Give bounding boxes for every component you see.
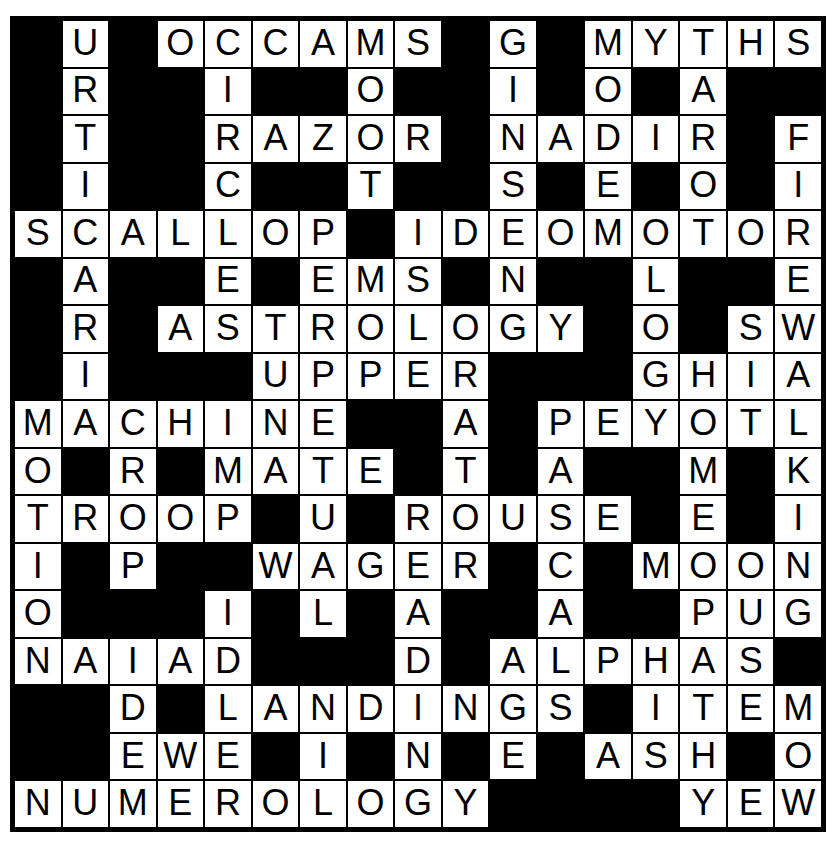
- block-cell: [585, 259, 631, 305]
- block-cell: [633, 449, 679, 495]
- letter-cell[interactable]: E: [300, 259, 346, 305]
- letter-cell[interactable]: W: [158, 734, 204, 780]
- letter-cell[interactable]: A: [63, 639, 109, 685]
- letter-cell[interactable]: N: [253, 401, 299, 447]
- letter-cell[interactable]: O: [15, 449, 61, 495]
- block-cell: [63, 591, 109, 637]
- block-cell: [348, 211, 394, 257]
- letter-cell[interactable]: A: [253, 116, 299, 162]
- letter-cell[interactable]: W: [253, 544, 299, 590]
- letter-cell[interactable]: O: [158, 21, 204, 67]
- letter-cell[interactable]: L: [395, 306, 441, 352]
- letter-cell[interactable]: D: [205, 639, 251, 685]
- block-cell: [490, 401, 536, 447]
- block-cell: [443, 116, 489, 162]
- letter-cell[interactable]: D: [585, 116, 631, 162]
- block-cell: [585, 544, 631, 590]
- letter-cell[interactable]: N: [395, 734, 441, 780]
- block-cell: [538, 354, 584, 400]
- letter-cell[interactable]: T: [63, 116, 109, 162]
- letter-cell[interactable]: T: [300, 449, 346, 495]
- block-cell: [538, 164, 584, 210]
- letter-cell[interactable]: D: [110, 686, 156, 732]
- letter-cell[interactable]: A: [538, 116, 584, 162]
- letter-cell[interactable]: A: [680, 639, 726, 685]
- letter-cell[interactable]: N: [15, 781, 61, 827]
- letter-cell[interactable]: P: [205, 496, 251, 542]
- letter-cell[interactable]: T: [348, 164, 394, 210]
- block-cell: [158, 69, 204, 115]
- block-cell: [443, 639, 489, 685]
- letter-cell[interactable]: E: [300, 401, 346, 447]
- block-cell: [15, 306, 61, 352]
- letter-cell[interactable]: W: [775, 306, 821, 352]
- letter-cell[interactable]: N: [443, 686, 489, 732]
- block-cell: [348, 639, 394, 685]
- letter-cell[interactable]: R: [205, 781, 251, 827]
- block-cell: [490, 781, 536, 827]
- block-cell: [15, 69, 61, 115]
- block-cell: [728, 164, 774, 210]
- letter-cell[interactable]: G: [775, 591, 821, 637]
- block-cell: [300, 69, 346, 115]
- letter-cell[interactable]: E: [585, 496, 631, 542]
- letter-cell[interactable]: O: [348, 69, 394, 115]
- letter-cell[interactable]: T: [15, 496, 61, 542]
- letter-cell[interactable]: Y: [538, 306, 584, 352]
- letter-cell[interactable]: P: [300, 211, 346, 257]
- letter-cell[interactable]: G: [490, 21, 536, 67]
- letter-cell[interactable]: E: [348, 449, 394, 495]
- letter-cell[interactable]: P: [300, 354, 346, 400]
- block-cell: [63, 734, 109, 780]
- letter-cell[interactable]: L: [633, 259, 679, 305]
- block-cell: [158, 354, 204, 400]
- letter-cell[interactable]: L: [205, 686, 251, 732]
- letter-cell[interactable]: L: [538, 639, 584, 685]
- letter-cell[interactable]: L: [300, 781, 346, 827]
- block-cell: [728, 259, 774, 305]
- block-cell: [348, 591, 394, 637]
- letter-cell[interactable]: A: [585, 734, 631, 780]
- letter-cell[interactable]: A: [253, 449, 299, 495]
- letter-cell[interactable]: E: [775, 259, 821, 305]
- letter-cell[interactable]: C: [205, 164, 251, 210]
- block-cell: [300, 639, 346, 685]
- block-cell: [15, 686, 61, 732]
- block-cell: [205, 544, 251, 590]
- letter-cell[interactable]: O: [680, 544, 726, 590]
- letter-cell[interactable]: C: [538, 544, 584, 590]
- letter-cell[interactable]: N: [300, 686, 346, 732]
- block-cell: [490, 449, 536, 495]
- block-cell: [110, 591, 156, 637]
- block-cell: [110, 69, 156, 115]
- letter-cell[interactable]: L: [300, 591, 346, 637]
- letter-cell[interactable]: I: [633, 116, 679, 162]
- letter-cell[interactable]: A: [300, 21, 346, 67]
- letter-cell[interactable]: I: [63, 164, 109, 210]
- block-cell: [15, 259, 61, 305]
- letter-cell[interactable]: M: [15, 401, 61, 447]
- letter-cell[interactable]: O: [253, 211, 299, 257]
- letter-cell[interactable]: G: [633, 354, 679, 400]
- block-cell: [585, 449, 631, 495]
- letter-cell[interactable]: R: [443, 544, 489, 590]
- letter-cell[interactable]: N: [490, 116, 536, 162]
- letter-cell[interactable]: O: [728, 211, 774, 257]
- block-cell: [110, 21, 156, 67]
- letter-cell[interactable]: Z: [300, 116, 346, 162]
- block-cell: [348, 496, 394, 542]
- letter-cell[interactable]: T: [253, 306, 299, 352]
- letter-cell[interactable]: M: [348, 259, 394, 305]
- letter-cell[interactable]: I: [490, 69, 536, 115]
- block-cell: [490, 591, 536, 637]
- block-cell: [110, 116, 156, 162]
- crossword-board: UOCCAMSGMYTHSRIOIOATRAZORNADIRFICTSEOISC…: [10, 16, 826, 832]
- letter-cell[interactable]: C: [110, 401, 156, 447]
- block-cell: [443, 69, 489, 115]
- letter-cell[interactable]: K: [775, 449, 821, 495]
- block-cell: [775, 69, 821, 115]
- letter-cell[interactable]: Y: [680, 781, 726, 827]
- letter-cell[interactable]: M: [585, 21, 631, 67]
- letter-cell[interactable]: A: [158, 639, 204, 685]
- letter-cell[interactable]: I: [205, 591, 251, 637]
- letter-cell[interactable]: A: [63, 401, 109, 447]
- block-cell: [158, 164, 204, 210]
- block-cell: [538, 781, 584, 827]
- block-cell: [585, 781, 631, 827]
- block-cell: [490, 544, 536, 590]
- letter-cell[interactable]: A: [253, 686, 299, 732]
- block-cell: [253, 639, 299, 685]
- letter-cell[interactable]: E: [490, 211, 536, 257]
- letter-cell[interactable]: H: [680, 734, 726, 780]
- letter-cell[interactable]: O: [538, 211, 584, 257]
- block-cell: [15, 21, 61, 67]
- letter-cell[interactable]: S: [728, 639, 774, 685]
- block-cell: [443, 259, 489, 305]
- letter-cell[interactable]: C: [253, 21, 299, 67]
- block-cell: [443, 21, 489, 67]
- block-cell: [110, 259, 156, 305]
- letter-cell[interactable]: A: [680, 69, 726, 115]
- letter-cell[interactable]: S: [395, 21, 441, 67]
- block-cell: [585, 354, 631, 400]
- letter-cell[interactable]: O: [680, 164, 726, 210]
- block-cell: [443, 734, 489, 780]
- letter-cell[interactable]: E: [110, 734, 156, 780]
- block-cell: [680, 306, 726, 352]
- block-cell: [63, 686, 109, 732]
- letter-cell[interactable]: I: [775, 164, 821, 210]
- block-cell: [395, 69, 441, 115]
- letter-cell[interactable]: M: [110, 781, 156, 827]
- letter-cell[interactable]: O: [680, 401, 726, 447]
- letter-cell[interactable]: P: [585, 639, 631, 685]
- letter-cell[interactable]: G: [490, 686, 536, 732]
- block-cell: [253, 734, 299, 780]
- letter-cell[interactable]: M: [585, 211, 631, 257]
- block-cell: [253, 69, 299, 115]
- block-cell: [775, 639, 821, 685]
- letter-cell[interactable]: M: [775, 686, 821, 732]
- letter-cell[interactable]: E: [395, 544, 441, 590]
- letter-cell[interactable]: Y: [633, 401, 679, 447]
- letter-cell[interactable]: L: [158, 211, 204, 257]
- letter-cell[interactable]: E: [728, 686, 774, 732]
- letter-cell[interactable]: I: [300, 734, 346, 780]
- letter-cell[interactable]: S: [538, 686, 584, 732]
- letter-cell[interactable]: R: [775, 211, 821, 257]
- letter-cell[interactable]: E: [205, 734, 251, 780]
- letter-cell[interactable]: D: [443, 211, 489, 257]
- block-cell: [205, 354, 251, 400]
- block-cell: [395, 164, 441, 210]
- letter-cell[interactable]: T: [680, 21, 726, 67]
- letter-cell[interactable]: E: [585, 401, 631, 447]
- letter-cell[interactable]: U: [300, 496, 346, 542]
- block-cell: [110, 164, 156, 210]
- letter-cell[interactable]: D: [348, 686, 394, 732]
- block-cell: [158, 591, 204, 637]
- block-cell: [63, 449, 109, 495]
- letter-cell[interactable]: O: [728, 544, 774, 590]
- letter-cell[interactable]: E: [395, 354, 441, 400]
- letter-cell[interactable]: I: [633, 686, 679, 732]
- letter-cell[interactable]: O: [585, 69, 631, 115]
- letter-cell[interactable]: I: [775, 496, 821, 542]
- letter-cell[interactable]: R: [63, 306, 109, 352]
- letter-cell[interactable]: A: [63, 259, 109, 305]
- block-cell: [728, 449, 774, 495]
- letter-cell[interactable]: O: [633, 211, 679, 257]
- block-cell: [585, 686, 631, 732]
- letter-cell[interactable]: O: [443, 496, 489, 542]
- letter-cell[interactable]: P: [348, 354, 394, 400]
- letter-cell[interactable]: S: [538, 496, 584, 542]
- letter-cell[interactable]: S: [633, 734, 679, 780]
- letter-cell[interactable]: U: [490, 496, 536, 542]
- letter-cell[interactable]: O: [775, 734, 821, 780]
- block-cell: [110, 306, 156, 352]
- letter-cell[interactable]: L: [205, 211, 251, 257]
- letter-cell[interactable]: E: [585, 164, 631, 210]
- block-cell: [538, 69, 584, 115]
- letter-cell[interactable]: S: [728, 306, 774, 352]
- letter-cell[interactable]: R: [63, 496, 109, 542]
- letter-cell[interactable]: I: [395, 211, 441, 257]
- letter-cell[interactable]: Y: [443, 781, 489, 827]
- letter-cell[interactable]: O: [253, 781, 299, 827]
- letter-cell[interactable]: H: [158, 401, 204, 447]
- letter-cell[interactable]: H: [633, 639, 679, 685]
- letter-cell[interactable]: R: [395, 496, 441, 542]
- block-cell: [728, 116, 774, 162]
- block-cell: [63, 544, 109, 590]
- letter-cell[interactable]: S: [15, 211, 61, 257]
- letter-cell[interactable]: P: [680, 591, 726, 637]
- letter-cell[interactable]: C: [63, 211, 109, 257]
- block-cell: [633, 591, 679, 637]
- letter-cell[interactable]: S: [490, 164, 536, 210]
- letter-cell[interactable]: C: [205, 21, 251, 67]
- letter-cell[interactable]: P: [110, 544, 156, 590]
- block-cell: [253, 496, 299, 542]
- letter-cell[interactable]: I: [205, 69, 251, 115]
- letter-cell[interactable]: M: [348, 21, 394, 67]
- block-cell: [110, 354, 156, 400]
- letter-cell[interactable]: O: [110, 496, 156, 542]
- letter-cell[interactable]: T: [728, 401, 774, 447]
- letter-cell[interactable]: T: [680, 211, 726, 257]
- letter-cell[interactable]: A: [395, 591, 441, 637]
- block-cell: [158, 544, 204, 590]
- block-cell: [538, 259, 584, 305]
- letter-cell[interactable]: I: [728, 354, 774, 400]
- letter-cell[interactable]: A: [538, 449, 584, 495]
- block-cell: [680, 259, 726, 305]
- letter-cell[interactable]: R: [110, 449, 156, 495]
- letter-cell[interactable]: D: [395, 639, 441, 685]
- letter-cell[interactable]: E: [680, 496, 726, 542]
- letter-cell[interactable]: H: [728, 21, 774, 67]
- letter-cell[interactable]: T: [680, 686, 726, 732]
- block-cell: [15, 734, 61, 780]
- letter-cell[interactable]: R: [395, 116, 441, 162]
- letter-cell[interactable]: O: [348, 781, 394, 827]
- letter-cell[interactable]: R: [205, 116, 251, 162]
- letter-cell[interactable]: U: [728, 591, 774, 637]
- block-cell: [253, 164, 299, 210]
- letter-cell[interactable]: A: [538, 591, 584, 637]
- letter-cell[interactable]: O: [158, 496, 204, 542]
- letter-cell[interactable]: O: [348, 116, 394, 162]
- letter-cell[interactable]: M: [680, 449, 726, 495]
- block-cell: [158, 686, 204, 732]
- letter-cell[interactable]: U: [63, 781, 109, 827]
- block-cell: [443, 591, 489, 637]
- letter-cell[interactable]: I: [395, 686, 441, 732]
- letter-cell[interactable]: N: [15, 639, 61, 685]
- letter-cell[interactable]: I: [110, 639, 156, 685]
- letter-cell[interactable]: P: [538, 401, 584, 447]
- block-cell: [585, 306, 631, 352]
- block-cell: [728, 496, 774, 542]
- letter-cell[interactable]: N: [490, 259, 536, 305]
- letter-cell[interactable]: S: [775, 21, 821, 67]
- block-cell: [395, 401, 441, 447]
- block-cell: [728, 69, 774, 115]
- letter-cell[interactable]: W: [775, 781, 821, 827]
- block-cell: [633, 496, 679, 542]
- letter-cell[interactable]: R: [443, 354, 489, 400]
- letter-cell[interactable]: O: [443, 306, 489, 352]
- block-cell: [158, 259, 204, 305]
- block-cell: [633, 164, 679, 210]
- block-cell: [633, 69, 679, 115]
- letter-cell[interactable]: S: [395, 259, 441, 305]
- block-cell: [348, 401, 394, 447]
- letter-cell[interactable]: I: [15, 544, 61, 590]
- letter-cell[interactable]: E: [158, 781, 204, 827]
- block-cell: [15, 354, 61, 400]
- letter-cell[interactable]: Y: [633, 21, 679, 67]
- block-cell: [633, 781, 679, 827]
- letter-cell[interactable]: S: [205, 306, 251, 352]
- letter-cell[interactable]: M: [205, 449, 251, 495]
- letter-cell[interactable]: O: [348, 306, 394, 352]
- letter-cell[interactable]: A: [110, 211, 156, 257]
- letter-cell[interactable]: O: [15, 591, 61, 637]
- letter-cell[interactable]: G: [490, 306, 536, 352]
- letter-cell[interactable]: E: [490, 734, 536, 780]
- letter-cell[interactable]: A: [443, 401, 489, 447]
- block-cell: [585, 591, 631, 637]
- block-cell: [158, 449, 204, 495]
- block-cell: [253, 259, 299, 305]
- letter-cell[interactable]: N: [775, 544, 821, 590]
- letter-cell[interactable]: A: [775, 354, 821, 400]
- block-cell: [728, 734, 774, 780]
- letter-cell[interactable]: I: [205, 401, 251, 447]
- block-cell: [443, 164, 489, 210]
- letter-cell[interactable]: G: [348, 544, 394, 590]
- letter-cell[interactable]: M: [633, 544, 679, 590]
- letter-cell[interactable]: E: [728, 781, 774, 827]
- letter-cell[interactable]: R: [63, 69, 109, 115]
- block-cell: [158, 116, 204, 162]
- letter-cell[interactable]: R: [300, 306, 346, 352]
- block-cell: [15, 116, 61, 162]
- block-cell: [395, 449, 441, 495]
- letter-cell[interactable]: E: [205, 259, 251, 305]
- block-cell: [538, 734, 584, 780]
- letter-cell[interactable]: F: [775, 116, 821, 162]
- letter-cell[interactable]: U: [63, 21, 109, 67]
- letter-cell[interactable]: R: [680, 116, 726, 162]
- block-cell: [253, 591, 299, 637]
- letter-cell[interactable]: L: [775, 401, 821, 447]
- block-cell: [300, 164, 346, 210]
- letter-cell[interactable]: G: [395, 781, 441, 827]
- letter-cell[interactable]: A: [490, 639, 536, 685]
- letter-cell[interactable]: I: [63, 354, 109, 400]
- block-cell: [490, 354, 536, 400]
- letter-cell[interactable]: A: [158, 306, 204, 352]
- letter-cell[interactable]: U: [253, 354, 299, 400]
- block-cell: [15, 164, 61, 210]
- letter-cell[interactable]: O: [633, 306, 679, 352]
- block-cell: [538, 21, 584, 67]
- block-cell: [348, 734, 394, 780]
- letter-cell[interactable]: H: [680, 354, 726, 400]
- letter-cell[interactable]: A: [300, 544, 346, 590]
- letter-cell[interactable]: T: [443, 449, 489, 495]
